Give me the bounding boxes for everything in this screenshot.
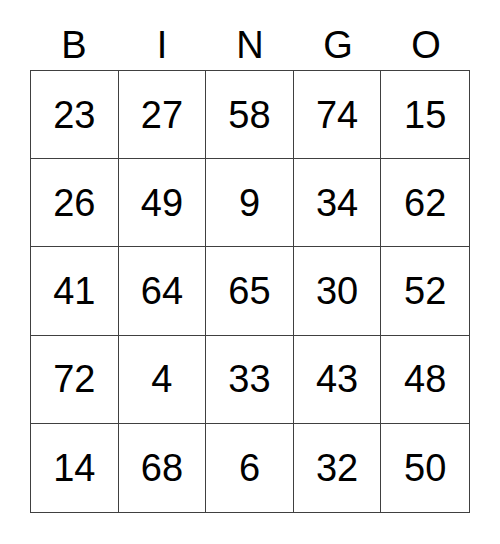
bingo-cell-r5c5[interactable]: 50 <box>381 424 469 512</box>
bingo-cell-r1c3[interactable]: 58 <box>206 71 294 159</box>
bingo-header: B I N G O <box>30 0 470 70</box>
header-letter-n: N <box>206 26 294 64</box>
bingo-cell-r5c3[interactable]: 6 <box>206 424 294 512</box>
header-letter-b: B <box>30 26 118 64</box>
bingo-cell-r2c5[interactable]: 62 <box>381 159 469 247</box>
bingo-cell-r4c3[interactable]: 33 <box>206 336 294 424</box>
header-letter-g: G <box>294 26 382 64</box>
bingo-cell-r2c3[interactable]: 9 <box>206 159 294 247</box>
bingo-cell-r4c5[interactable]: 48 <box>381 336 469 424</box>
bingo-cell-r1c4[interactable]: 74 <box>294 71 382 159</box>
bingo-cell-r4c2[interactable]: 4 <box>119 336 207 424</box>
bingo-cell-r1c1[interactable]: 23 <box>31 71 119 159</box>
bingo-cell-r3c4[interactable]: 30 <box>294 247 382 335</box>
header-letter-o: O <box>382 26 470 64</box>
bingo-cell-r2c1[interactable]: 26 <box>31 159 119 247</box>
bingo-card: B I N G O 23 27 58 74 15 26 49 9 34 62 4… <box>0 0 500 544</box>
bingo-cell-r2c2[interactable]: 49 <box>119 159 207 247</box>
bingo-cell-r5c4[interactable]: 32 <box>294 424 382 512</box>
bingo-cell-r3c2[interactable]: 64 <box>119 247 207 335</box>
bingo-cell-r5c1[interactable]: 14 <box>31 424 119 512</box>
bingo-cell-r1c2[interactable]: 27 <box>119 71 207 159</box>
bingo-cell-r3c5[interactable]: 52 <box>381 247 469 335</box>
bingo-cell-r4c1[interactable]: 72 <box>31 336 119 424</box>
header-letter-i: I <box>118 26 206 64</box>
bingo-cell-r4c4[interactable]: 43 <box>294 336 382 424</box>
bingo-board: 23 27 58 74 15 26 49 9 34 62 41 64 65 30… <box>30 70 470 513</box>
bingo-cell-r3c1[interactable]: 41 <box>31 247 119 335</box>
bingo-cell-r3c3[interactable]: 65 <box>206 247 294 335</box>
bingo-cell-r5c2[interactable]: 68 <box>119 424 207 512</box>
bingo-cell-r1c5[interactable]: 15 <box>381 71 469 159</box>
bingo-cell-r2c4[interactable]: 34 <box>294 159 382 247</box>
